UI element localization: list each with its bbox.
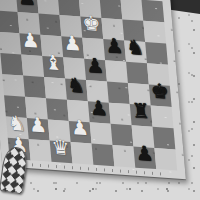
- chess-board: ♟♚♟♟♟♞♝♟♞♚♟♜♞♟♟♟♛♟: [0, 0, 186, 179]
- piece-white-pawn-b2[interactable]: ♟: [26, 113, 49, 136]
- square-g5[interactable]: [126, 62, 149, 85]
- square-h6[interactable]: [145, 42, 168, 65]
- square-c3[interactable]: [46, 98, 69, 121]
- photo-scene: ♟♚♟♟♟♞♝♟♞♚♟♜♞♟♟♟♛♟: [0, 0, 200, 200]
- square-h8[interactable]: [141, 0, 164, 22]
- square-c7[interactable]: [39, 14, 62, 37]
- square-h3[interactable]: [151, 106, 174, 129]
- square-d1[interactable]: [71, 142, 94, 165]
- piece-white-queen-c1[interactable]: ♛: [49, 136, 72, 159]
- piece-white-knight-a2[interactable]: ♞: [5, 111, 28, 134]
- piece-white-pawn-d2[interactable]: ♟: [68, 116, 91, 139]
- square-a5[interactable]: [0, 53, 23, 76]
- piece-white-pawn-b6[interactable]: ♟: [19, 28, 42, 51]
- square-f1[interactable]: [113, 145, 136, 168]
- piece-black-pawn-e5[interactable]: ♟: [84, 54, 107, 77]
- square-h2[interactable]: [153, 127, 176, 150]
- piece-black-pawn-f6[interactable]: ♟: [103, 34, 126, 57]
- square-f4[interactable]: [107, 81, 130, 104]
- square-g8[interactable]: [120, 0, 143, 21]
- piece-white-bishop-c5[interactable]: ♝: [42, 51, 65, 74]
- piece-black-pawn-g1[interactable]: ♟: [133, 141, 156, 164]
- piece-white-king-e7[interactable]: ♚: [80, 11, 103, 34]
- square-b5[interactable]: [21, 54, 44, 77]
- piece-black-knight-g6[interactable]: ♞: [124, 36, 147, 59]
- square-a6[interactable]: [0, 32, 21, 55]
- piece-black-king-h4[interactable]: ♚: [148, 79, 171, 102]
- square-a7[interactable]: [0, 11, 19, 34]
- piece-black-knight-d4[interactable]: ♞: [65, 73, 88, 96]
- square-a4[interactable]: [2, 74, 25, 97]
- square-b4[interactable]: [23, 76, 46, 99]
- square-e1[interactable]: [92, 144, 115, 167]
- board-squares: ♟♚♟♟♟♞♝♟♞♚♟♜♞♟♟♟♛♟: [0, 0, 177, 171]
- square-d8[interactable]: [58, 0, 81, 16]
- square-h1[interactable]: [154, 148, 177, 171]
- piece-white-pawn-d6[interactable]: ♟: [61, 31, 84, 54]
- square-f5[interactable]: [105, 60, 128, 83]
- piece-black-pawn-b8[interactable]: ♟: [15, 0, 38, 8]
- piece-black-pawn-e3[interactable]: ♟: [87, 96, 110, 119]
- square-f8[interactable]: [100, 0, 123, 19]
- square-b1[interactable]: [29, 139, 52, 162]
- square-h7[interactable]: [143, 21, 166, 44]
- square-f2[interactable]: [111, 124, 134, 147]
- piece-black-rook-g3[interactable]: ♜: [129, 99, 152, 122]
- square-f3[interactable]: [109, 103, 132, 126]
- square-c4[interactable]: [44, 77, 67, 100]
- square-e2[interactable]: [90, 122, 113, 145]
